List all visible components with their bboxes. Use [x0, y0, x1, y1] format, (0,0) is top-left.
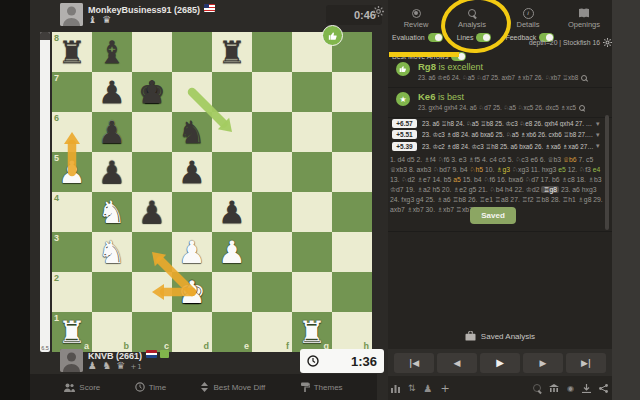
chess-board[interactable]: 87654321abcdefgh♜♝♜♟♚♝♟♟♟♞♟♟♟♟♞♟♟♟♞♟♟♚♝♟…: [52, 32, 372, 352]
chevron-down-icon[interactable]: ▾: [596, 131, 600, 139]
nav-prev-button[interactable]: ◀: [437, 353, 477, 373]
move-token[interactable]: 13. ♘d2 ♗e7 14. b5: [390, 176, 453, 183]
engine-line-moves: 23. ♔c2 ♗d8 24. ♔c3 ♖h8 25. a6 bxa6 26. …: [422, 143, 594, 150]
chesscom-analysis-screen: { "game": "chess", "position": { "fen": …: [0, 0, 640, 400]
engine-info-text: depth=20 | Stockfish 16: [529, 39, 600, 46]
square-c3[interactable]: [132, 232, 172, 272]
white-pawn-e3[interactable]: ♟: [212, 232, 252, 272]
square-e2[interactable]: [212, 272, 252, 312]
feedback-line-text: 23. gxh4 gxh4 24. a6 ♘d7 25. ♘a5 ♘xc5 26…: [418, 104, 576, 111]
bottom-clock-time: 1:36: [351, 354, 377, 369]
captured-glyphs: ♟ ♞ ♛: [88, 360, 126, 371]
toolbar-label: Score: [79, 383, 100, 392]
white-knight-b3[interactable]: ♞: [92, 232, 132, 272]
file-label: e: [244, 341, 249, 351]
feedback-verdict: is best: [435, 92, 464, 102]
bottom-player-clock: 1:36: [300, 349, 384, 373]
toolbar-item-score[interactable]: Score: [64, 383, 100, 392]
clock-icon: [307, 355, 319, 367]
move-token[interactable]: a5: [453, 176, 461, 183]
black-pawn-b5[interactable]: ♟: [92, 152, 132, 192]
people-icon: [64, 383, 75, 392]
move-list: 1. d4 d5 2. ♗f4 ♘f6 3. e3 ♗f5 4. c4 c6 5…: [390, 155, 606, 205]
panel-scrollbar[interactable]: [605, 115, 609, 230]
square-a6[interactable]: 6: [52, 112, 92, 152]
square-f8[interactable]: [252, 32, 292, 72]
move-token[interactable]: ♘h5: [469, 166, 483, 173]
black-rook-e8[interactable]: ♜: [212, 32, 252, 72]
black-pawn-c4[interactable]: ♟: [132, 192, 172, 232]
engine-line-2[interactable]: +5.51 23. ♔c3 ♗d8 24. a6 bxa6 25. ♘a5 ♗x…: [388, 129, 612, 140]
tab-label: Openings: [568, 20, 600, 29]
square-b2[interactable]: [92, 272, 132, 312]
feedback-line[interactable]: 23. gxh4 gxh4 24. a6 ♘d7 25. ♘a5 ♘xc5 26…: [418, 104, 598, 111]
black-pawn-d5[interactable]: ♟: [172, 152, 212, 192]
rank-label: 4: [54, 193, 59, 203]
file-label: f: [286, 341, 289, 351]
square-e5[interactable]: [212, 152, 252, 192]
toolbar-item-time[interactable]: Time: [135, 382, 166, 392]
eval-badge: +5.51: [392, 130, 417, 139]
move-token[interactable]: ♕b6: [563, 156, 577, 163]
feedback-line-text: 23. a6 ♔e6 24. ♘a5 ♘d7 25. axb7 ♗xb7 26.…: [418, 74, 578, 81]
rank-label: 3: [54, 233, 59, 243]
black-pawn-b6[interactable]: ♟: [92, 112, 132, 152]
feedback-row-best[interactable]: ★ Ke6 is best +6.37 23. gxh4 gxh4 24. a6…: [388, 88, 612, 118]
feedback-row-excellent[interactable]: Rg8 is excellent +7.71 23. a6 ♔e6 24. ♘a…: [388, 58, 612, 88]
square-h6[interactable]: [332, 112, 372, 152]
square-c6[interactable]: [132, 112, 172, 152]
black-knight-d6[interactable]: ♞: [172, 112, 212, 152]
tab-analysis[interactable]: Analysis: [444, 6, 500, 34]
move-token[interactable]: ♗g3: [496, 166, 510, 173]
panel-divider: [388, 231, 612, 232]
white-pawn-a5[interactable]: ♟: [52, 152, 92, 192]
thumbs-up-icon: [396, 62, 410, 76]
saved-analysis-link[interactable]: Saved Analysis: [388, 331, 612, 341]
record-icon[interactable]: ◉: [567, 384, 574, 393]
chevron-down-icon[interactable]: ▾: [596, 120, 600, 128]
square-e1[interactable]: e: [212, 312, 252, 352]
feedback-verdict: is excellent: [436, 62, 483, 72]
clock-icon: [135, 382, 145, 392]
saved-analysis-label: Saved Analysis: [481, 332, 535, 341]
toggle-switch-on[interactable]: [476, 33, 491, 42]
toolbar-label: Best Move Diff: [213, 383, 265, 392]
square-b1[interactable]: b: [92, 312, 132, 352]
avatar[interactable]: [60, 349, 83, 372]
square-f3[interactable]: [252, 232, 292, 272]
square-d8[interactable]: [172, 32, 212, 72]
tab-openings[interactable]: Openings: [556, 6, 612, 34]
evaluation-value: 6.5: [40, 345, 50, 351]
tab-label: Review: [404, 20, 429, 29]
feedback-title: Rg8 is excellent: [418, 61, 483, 72]
square-c1[interactable]: c: [132, 312, 172, 352]
move-navigation: |◀ ◀ ▶ ▶ ▶|: [388, 349, 612, 376]
engine-line-3[interactable]: +5.39 23. ♔c2 ♗d8 24. ♔c3 ♖h8 25. a6 bxa…: [388, 141, 612, 152]
engine-indicator-icon: [160, 350, 169, 358]
bag-icon: [465, 331, 476, 341]
person-silhouette-icon: [60, 349, 83, 372]
share-icon[interactable]: [599, 384, 608, 393]
square-f4[interactable]: [252, 192, 292, 232]
bottom-captured-pieces: ♟ ♞ ♛ +1: [88, 360, 143, 371]
engine-gear-icon[interactable]: [603, 38, 612, 47]
square-a3[interactable]: 3: [52, 232, 92, 272]
magnifier-icon: [579, 105, 585, 111]
square-h3[interactable]: [332, 232, 372, 272]
nav-last-button[interactable]: ▶|: [566, 353, 606, 373]
toolbar-item-themes[interactable]: Themes: [300, 382, 343, 392]
evaluation-bar-black-portion: [40, 32, 50, 40]
move-token[interactable]: e4: [593, 166, 601, 173]
avatar[interactable]: [60, 3, 83, 26]
toggle-label: Lines: [457, 34, 474, 41]
right-background-strip: [612, 0, 640, 400]
toolbar-label: Themes: [314, 383, 343, 392]
tab-review[interactable]: Review: [388, 6, 444, 34]
toggle-switch-on[interactable]: [428, 33, 443, 42]
move-token[interactable]: 1. d4 d5 2. ♗f4 ♘f6 3. e3 ♗f5 4. c4 c6 5…: [390, 156, 563, 163]
star-icon: ★: [396, 92, 410, 106]
square-a7[interactable]: 7: [52, 72, 92, 112]
feedback-line[interactable]: 23. a6 ♔e6 24. ♘a5 ♘d7 25. axb7 ♗xb7 26.…: [418, 74, 598, 81]
square-e6[interactable]: [212, 112, 252, 152]
white-knight-b4[interactable]: ♞: [92, 192, 132, 232]
file-label: d: [204, 341, 210, 351]
feedback-title: Ke6 is best: [418, 91, 464, 102]
book-icon: [578, 8, 590, 18]
eval-chart-icon[interactable]: [391, 384, 400, 393]
square-h1[interactable]: h: [332, 312, 372, 352]
toggle-label: Evaluation: [392, 34, 425, 41]
square-d1[interactable]: d: [172, 312, 212, 352]
saved-button[interactable]: Saved: [470, 207, 516, 224]
white-rook-g1[interactable]: ♜: [292, 312, 332, 352]
square-g2[interactable]: [292, 272, 332, 312]
square-f5[interactable]: [252, 152, 292, 192]
engine-line-moves: 23. ♔c3 ♗d8 24. a6 bxa6 25. ♘a5 ♗xb6 26.…: [422, 131, 594, 138]
square-f1[interactable]: f: [252, 312, 292, 352]
practice-piece-icon[interactable]: ♟: [424, 383, 433, 394]
nav-first-button[interactable]: |◀: [394, 353, 434, 373]
toggle-evaluation[interactable]: Evaluation: [392, 33, 443, 42]
square-g6[interactable]: [292, 112, 332, 152]
excellent-move-badge: [322, 25, 343, 46]
paint-icon: [300, 382, 310, 392]
square-f2[interactable]: [252, 272, 292, 312]
top-captured-pieces: ♝ ♛: [88, 14, 112, 25]
move-token[interactable]: ♖g8: [541, 186, 559, 193]
black-rook-a8[interactable]: ♜: [52, 32, 92, 72]
us-flag-icon: [204, 4, 215, 12]
sort-arrows-icon: [200, 382, 209, 392]
black-pawn-b7[interactable]: ♟: [92, 72, 132, 112]
square-d4[interactable]: [172, 192, 212, 232]
square-h5[interactable]: [332, 152, 372, 192]
nl-flag-icon: [146, 350, 157, 358]
square-e7[interactable]: [212, 72, 252, 112]
zoom-icon[interactable]: [533, 384, 541, 392]
person-silhouette-icon: [60, 3, 83, 26]
tab-label: Details: [517, 20, 540, 29]
panel-footer-icons: ⇅ ♟ + ◉: [388, 379, 612, 397]
settings-gear-icon[interactable]: [373, 6, 384, 17]
info-icon: i: [523, 8, 534, 19]
rank-label: 2: [54, 273, 59, 283]
feedback-move: Rg8: [418, 61, 436, 72]
square-h4[interactable]: [332, 192, 372, 232]
rank-label: 7: [54, 73, 59, 83]
flip-board-icon[interactable]: ⇅: [408, 383, 416, 393]
square-d7[interactable]: [172, 72, 212, 112]
toolbar-label: Time: [149, 383, 166, 392]
toggle-lines[interactable]: Lines: [457, 33, 492, 42]
eval-badge: +5.39: [392, 142, 417, 151]
tab-label: Analysis: [458, 20, 486, 29]
chevron-down-icon[interactable]: ▾: [596, 142, 600, 150]
add-icon[interactable]: +: [441, 382, 450, 395]
material-advantage: +1: [130, 363, 142, 371]
move-token[interactable]: 10.: [483, 166, 496, 173]
white-pawn-d3[interactable]: ♟: [172, 232, 212, 272]
engine-line-1[interactable]: +6.57 23. a6 ♖h8 24. ♘a5 ♖b8 25. ♔c3 ♘e8…: [388, 118, 612, 129]
white-rook-a1[interactable]: ♜: [52, 312, 92, 352]
toolbar-item-best-move-diff[interactable]: Best Move Diff: [200, 382, 265, 392]
square-g5[interactable]: [292, 152, 332, 192]
board-toolbar: Score Time Best Move Diff Themes: [30, 374, 377, 400]
record-icon: [412, 9, 421, 18]
explorer-icon[interactable]: [549, 384, 559, 393]
engine-line-moves: 23. a6 ♖h8 24. ♘a5 ♖b8 25. ♔c3 ♘e8 26. g…: [422, 120, 594, 127]
square-a4[interactable]: 4: [52, 192, 92, 232]
square-c2[interactable]: [132, 272, 172, 312]
square-h7[interactable]: [332, 72, 372, 112]
left-margin: [0, 0, 30, 400]
rank-label: 6: [54, 113, 59, 123]
square-a2[interactable]: 2: [52, 272, 92, 312]
square-f7[interactable]: [252, 72, 292, 112]
magnifier-icon: [468, 9, 476, 17]
feedback-move: Ke6: [418, 91, 435, 102]
panel-tabs: Review Analysis i Details Openings: [388, 6, 612, 34]
white-pawn-d2[interactable]: ♟: [172, 272, 212, 312]
engine-settings[interactable]: depth=20 | Stockfish 16: [508, 38, 612, 47]
move-token[interactable]: e5: [558, 166, 566, 173]
square-h2[interactable]: [332, 272, 372, 312]
eval-badge: +6.57: [392, 119, 417, 128]
nav-play-button[interactable]: ▶: [480, 353, 520, 373]
magnifier-icon: [581, 75, 587, 81]
black-pawn-e4[interactable]: ♟: [212, 192, 252, 232]
square-g3[interactable]: [292, 232, 332, 272]
black-bishop-b8[interactable]: ♝: [92, 32, 132, 72]
black-pawn-c7[interactable]: ♟: [132, 72, 172, 112]
evaluation-bar: 6.5: [40, 32, 50, 352]
nav-next-button[interactable]: ▶: [523, 353, 563, 373]
thumbs-up-icon: [328, 31, 338, 41]
square-c5[interactable]: [132, 152, 172, 192]
square-g4[interactable]: [292, 192, 332, 232]
move-token[interactable]: 12. ♘f3: [566, 166, 593, 173]
square-c8[interactable]: [132, 32, 172, 72]
square-f6[interactable]: [252, 112, 292, 152]
download-icon[interactable]: [582, 384, 591, 393]
move-token[interactable]: ♘xg3 11. hxg3: [510, 166, 558, 173]
square-g7[interactable]: [292, 72, 332, 112]
tab-details[interactable]: i Details: [500, 6, 556, 34]
